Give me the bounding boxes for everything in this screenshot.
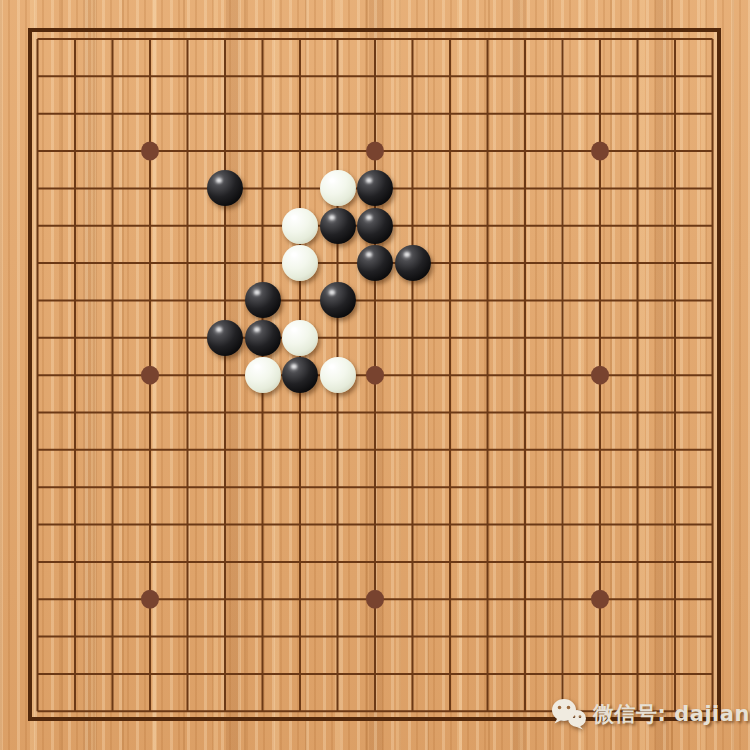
white-stone[interactable] [282, 320, 318, 356]
wechat-id-text: 微信号: dajiangx [593, 700, 750, 728]
black-stone[interactable] [282, 357, 318, 393]
black-stone[interactable] [207, 320, 243, 356]
black-stone[interactable] [320, 208, 356, 244]
go-board-grid[interactable] [19, 20, 732, 730]
go-board-photo: 微信号: dajiangx [0, 0, 750, 750]
black-stone[interactable] [320, 282, 356, 318]
black-stone[interactable] [357, 170, 393, 206]
white-stone[interactable] [282, 208, 318, 244]
white-stone[interactable] [320, 357, 356, 393]
black-stone[interactable] [245, 282, 281, 318]
black-stone[interactable] [207, 170, 243, 206]
black-stone[interactable] [245, 320, 281, 356]
white-stone[interactable] [282, 245, 318, 281]
black-stone[interactable] [357, 245, 393, 281]
white-stone[interactable] [320, 170, 356, 206]
black-stone[interactable] [357, 208, 393, 244]
black-stone[interactable] [395, 245, 431, 281]
wechat-icon [550, 697, 587, 730]
wechat-watermark: 微信号: dajiangx [550, 697, 750, 730]
white-stone[interactable] [245, 357, 281, 393]
